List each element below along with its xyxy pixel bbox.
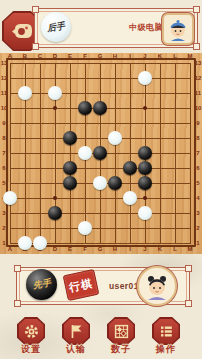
column-label-top: L	[170, 53, 180, 60]
column-label-bottom: E	[65, 246, 75, 253]
flag-icon	[68, 323, 85, 340]
column-label-top: C	[35, 53, 45, 60]
opponent-avatar[interactable]	[162, 13, 194, 45]
stone-hand-icon	[11, 20, 33, 42]
corner-knot	[193, 6, 200, 13]
row-label-left: 12	[0, 75, 8, 82]
white-stone	[3, 191, 17, 205]
black-stone	[93, 146, 107, 160]
white-stone	[108, 131, 122, 145]
row-label-left: 9	[0, 120, 8, 127]
go-app-screen: 后手 中级电脑 AABBCCDDEEFFGGHHIIJJKKLLMM131312…	[0, 0, 202, 359]
row-label-left: 7	[0, 150, 8, 157]
row-label-right: 10	[194, 105, 202, 112]
column-label-bottom: L	[170, 246, 180, 253]
star-point	[53, 196, 57, 200]
row-label-left: 3	[0, 210, 8, 217]
star-point	[143, 106, 147, 110]
white-stone	[123, 191, 137, 205]
column-label-bottom: D	[50, 246, 60, 253]
black-stone	[138, 146, 152, 160]
column-label-top: M	[185, 53, 195, 60]
black-stone	[108, 176, 122, 190]
opponent-panel: 后手 中级电脑	[34, 8, 198, 48]
column-label-top: G	[95, 53, 105, 60]
column-label-bottom: G	[95, 246, 105, 253]
column-label-top: B	[20, 53, 30, 60]
white-stone	[18, 86, 32, 100]
black-stone	[123, 161, 137, 175]
row-label-right: 7	[194, 150, 202, 157]
black-stone	[48, 206, 62, 220]
white-side-stone-badge: 后手	[41, 12, 71, 42]
black-stone	[93, 101, 107, 115]
go-board[interactable]: AABBCCDDEEFFGGHHIIJJKKLLMM13131212111110…	[0, 53, 202, 254]
corner-knot	[185, 300, 192, 307]
black-stone	[78, 101, 92, 115]
column-label-bottom: H	[110, 246, 120, 253]
corner-knot	[185, 265, 192, 272]
girl-avatar-icon	[143, 272, 171, 300]
gear-icon	[23, 323, 40, 340]
column-label-bottom: I	[125, 246, 135, 253]
corner-knot	[14, 265, 21, 272]
row-label-left: 2	[0, 225, 8, 232]
row-label-right: 2	[194, 225, 202, 232]
white-stone	[33, 236, 47, 250]
star-point	[53, 106, 57, 110]
menu-list-icon	[158, 323, 175, 340]
column-label-top: D	[50, 53, 60, 60]
white-stone	[78, 221, 92, 235]
column-label-bottom: F	[80, 246, 90, 253]
resign-label: 认输	[56, 343, 96, 356]
player-panel: 先手 行棋 user01115	[16, 267, 190, 305]
turn-stamp: 行棋	[63, 269, 100, 301]
row-label-right: 8	[194, 135, 202, 142]
count-stones-icon	[113, 323, 130, 340]
row-label-right: 13	[194, 60, 202, 67]
black-stone	[63, 131, 77, 145]
corner-knot	[14, 300, 21, 307]
settings-button[interactable]: 设置	[11, 314, 51, 359]
column-label-top: J	[140, 53, 150, 60]
corner-knot	[32, 6, 39, 13]
row-label-right: 9	[194, 120, 202, 127]
column-label-bottom: J	[140, 246, 150, 253]
corner-knot	[193, 43, 200, 50]
resign-button[interactable]: 认输	[56, 314, 96, 359]
player-avatar[interactable]	[137, 266, 177, 306]
row-label-left: 6	[0, 165, 8, 172]
column-label-top: K	[155, 53, 165, 60]
row-label-right: 1	[194, 240, 202, 247]
white-stone	[48, 86, 62, 100]
black-side-stone-badge: 先手	[26, 269, 57, 300]
column-label-top: A	[5, 53, 15, 60]
row-label-left: 10	[0, 105, 8, 112]
row-label-right: 3	[194, 210, 202, 217]
column-label-top: I	[125, 53, 135, 60]
row-label-right: 11	[194, 90, 202, 97]
row-label-left: 13	[0, 60, 8, 67]
row-label-right: 5	[194, 180, 202, 187]
column-label-top: H	[110, 53, 120, 60]
actions-menu-label: 操作	[146, 343, 186, 356]
count-button[interactable]: 数子	[101, 314, 141, 359]
black-stone	[138, 176, 152, 190]
white-stone	[138, 71, 152, 85]
star-point	[143, 196, 147, 200]
count-label: 数子	[101, 343, 141, 356]
column-label-bottom: K	[155, 246, 165, 253]
white-stone	[93, 176, 107, 190]
row-label-left: 5	[0, 180, 8, 187]
opponent-name: 中级电脑	[129, 22, 163, 33]
column-label-top: F	[80, 53, 90, 60]
row-label-left: 8	[0, 135, 8, 142]
settings-label: 设置	[11, 343, 51, 356]
bottom-toolbar: 设置 认输 数子	[0, 314, 202, 359]
row-label-right: 12	[194, 75, 202, 82]
row-label-left: 11	[0, 90, 8, 97]
row-label-left: 1	[0, 240, 8, 247]
row-label-right: 4	[194, 195, 202, 202]
black-side-label: 先手	[32, 277, 52, 293]
actions-menu-button[interactable]: 操作	[146, 314, 186, 359]
white-stone	[18, 236, 32, 250]
black-stone	[63, 161, 77, 175]
white-stone	[78, 146, 92, 160]
column-label-top: E	[65, 53, 75, 60]
white-stone	[138, 206, 152, 220]
column-label-bottom: A	[5, 246, 15, 253]
black-stone	[138, 161, 152, 175]
column-label-bottom: M	[185, 246, 195, 253]
black-stone	[63, 176, 77, 190]
boy-avatar-icon	[166, 17, 190, 41]
white-side-label: 后手	[46, 19, 66, 34]
corner-knot	[32, 43, 39, 50]
row-label-right: 6	[194, 165, 202, 172]
